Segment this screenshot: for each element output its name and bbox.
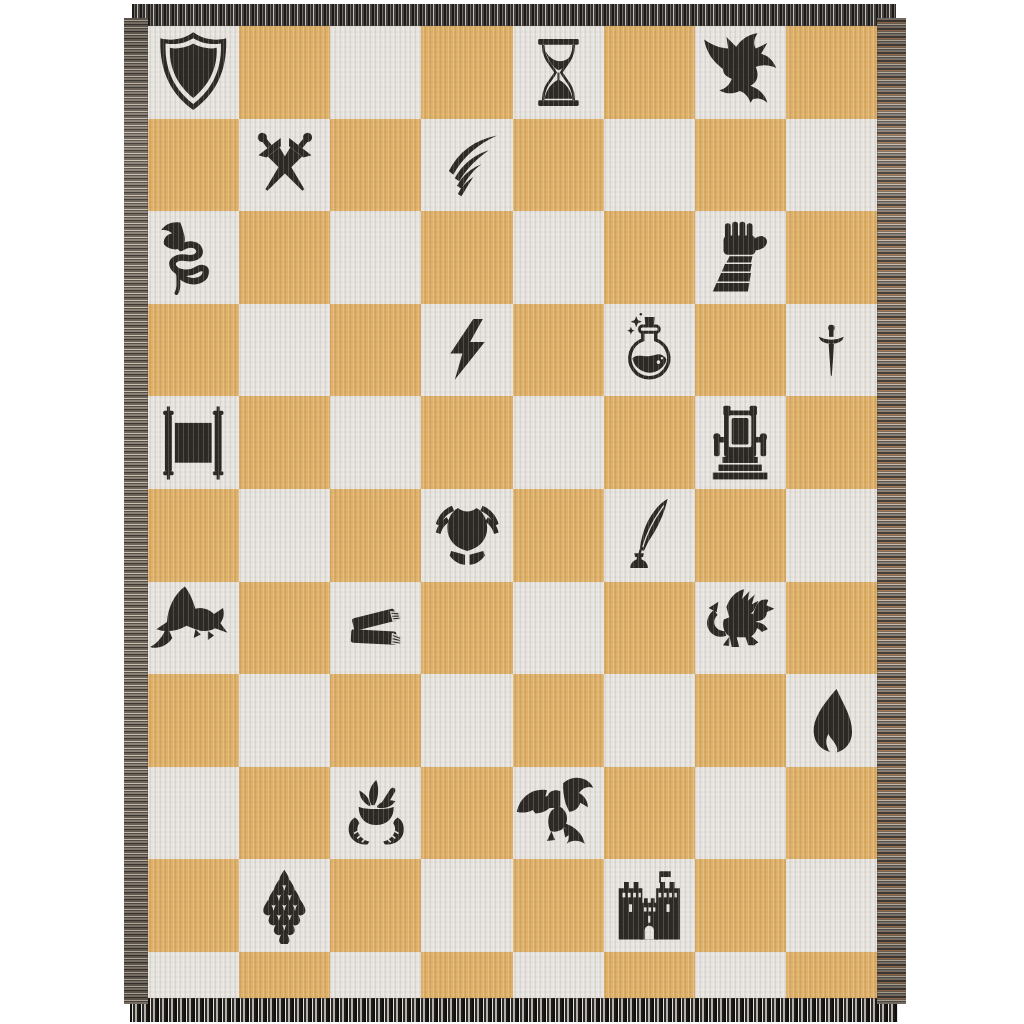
square-r3c5 (513, 211, 604, 304)
square-r8c2 (239, 674, 330, 767)
dragon-flying-icon (696, 28, 785, 117)
square-r8c1 (148, 674, 239, 767)
dragon-rampant-icon (513, 769, 602, 858)
square-r11c4 (421, 952, 512, 998)
product-photo (0, 0, 1024, 1024)
square-r5c2 (239, 396, 330, 489)
square-r8c7 (695, 674, 786, 767)
square-r7c8 (786, 582, 877, 675)
square-r5c7 (695, 396, 786, 489)
square-r2c4 (421, 119, 512, 212)
square-r2c2 (239, 119, 330, 212)
square-r3c2 (239, 211, 330, 304)
square-r10c6 (604, 859, 695, 952)
square-r7c7 (695, 582, 786, 675)
square-r9c5 (513, 767, 604, 860)
square-r5c8 (786, 396, 877, 489)
gauntlet-icon (702, 218, 779, 298)
board (148, 26, 877, 998)
square-r10c8 (786, 859, 877, 952)
shield-icon (150, 28, 237, 116)
square-r4c6 (604, 304, 695, 397)
square-r6c6 (604, 489, 695, 582)
square-r9c7 (695, 767, 786, 860)
square-r9c1 (148, 767, 239, 860)
square-r5c4 (421, 396, 512, 489)
fringe-top (132, 4, 896, 28)
square-r6c4 (421, 489, 512, 582)
square-r7c6 (604, 582, 695, 675)
square-r4c8 (786, 304, 877, 397)
square-r8c6 (604, 674, 695, 767)
square-r7c3 (330, 582, 421, 675)
square-r6c3 (330, 489, 421, 582)
square-r3c6 (604, 211, 695, 304)
fringe-bottom (130, 995, 898, 1022)
crossed-swords-icon (243, 123, 327, 206)
square-r8c5 (513, 674, 604, 767)
square-r1c6 (604, 26, 695, 119)
square-r8c3 (330, 674, 421, 767)
square-r3c3 (330, 211, 421, 304)
square-r4c1 (148, 304, 239, 397)
square-r8c4 (421, 674, 512, 767)
square-r11c3 (330, 952, 421, 998)
square-r2c1 (148, 119, 239, 212)
throne-icon (700, 399, 780, 486)
square-r10c7 (695, 859, 786, 952)
square-r1c7 (695, 26, 786, 119)
square-r7c2 (239, 582, 330, 675)
snake-icon (155, 218, 232, 298)
square-r4c7 (695, 304, 786, 397)
square-r1c1 (148, 26, 239, 119)
square-r5c6 (604, 396, 695, 489)
potion-icon (611, 310, 688, 390)
square-r2c7 (695, 119, 786, 212)
square-r6c7 (695, 489, 786, 582)
square-r11c8 (786, 952, 877, 998)
quill-icon (611, 495, 688, 575)
square-r2c3 (330, 119, 421, 212)
square-r6c8 (786, 489, 877, 582)
square-r1c8 (786, 26, 877, 119)
square-r6c5 (513, 489, 604, 582)
wing-icon (430, 128, 505, 202)
lightning-icon (435, 308, 499, 391)
griffin-icon (696, 583, 785, 672)
square-r11c5 (513, 952, 604, 998)
square-r5c5 (513, 396, 604, 489)
square-r9c2 (239, 767, 330, 860)
dragon-scales-icon (246, 866, 323, 946)
square-r10c2 (239, 859, 330, 952)
square-r3c8 (786, 211, 877, 304)
square-r11c2 (239, 952, 330, 998)
square-r5c1 (148, 396, 239, 489)
square-r4c4 (421, 304, 512, 397)
square-r6c1 (148, 489, 239, 582)
square-r10c3 (330, 859, 421, 952)
hourglass-icon (522, 29, 595, 116)
scroll-icon (155, 403, 232, 483)
square-r11c1 (148, 952, 239, 998)
armor-icon (429, 495, 506, 575)
flame-icon (797, 682, 866, 760)
square-r9c4 (421, 767, 512, 860)
dragon-swooping-icon (149, 583, 238, 672)
square-r10c1 (148, 859, 239, 952)
woven-blanket (124, 4, 906, 1022)
castle-icon (611, 866, 688, 946)
herb-hands-icon (338, 773, 415, 853)
square-r3c1 (148, 211, 239, 304)
square-r1c3 (330, 26, 421, 119)
square-r3c7 (695, 211, 786, 304)
square-r2c6 (604, 119, 695, 212)
square-r9c6 (604, 767, 695, 860)
fringe-left (124, 18, 148, 1004)
fringe-right (877, 18, 906, 1004)
square-r7c1 (148, 582, 239, 675)
square-r5c3 (330, 396, 421, 489)
books-icon (338, 588, 415, 668)
square-r3c4 (421, 211, 512, 304)
square-r11c6 (604, 952, 695, 998)
square-r4c5 (513, 304, 604, 397)
square-r2c5 (513, 119, 604, 212)
dagger-icon (804, 307, 859, 394)
square-r6c2 (239, 489, 330, 582)
square-r7c5 (513, 582, 604, 675)
square-r4c3 (330, 304, 421, 397)
blanket-fabric (148, 26, 877, 998)
square-r10c5 (513, 859, 604, 952)
square-r1c4 (421, 26, 512, 119)
square-r9c3 (330, 767, 421, 860)
square-r1c5 (513, 26, 604, 119)
square-r11c7 (695, 952, 786, 998)
square-r10c4 (421, 859, 512, 952)
square-r9c8 (786, 767, 877, 860)
square-r4c2 (239, 304, 330, 397)
square-r8c8 (786, 674, 877, 767)
square-r2c8 (786, 119, 877, 212)
square-r7c4 (421, 582, 512, 675)
square-r1c2 (239, 26, 330, 119)
